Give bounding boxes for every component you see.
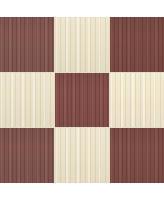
tile-r1c1-dark	[0, 17, 54, 72]
tile-r1c2-light	[55, 17, 109, 72]
tile-r2c1-light	[0, 73, 54, 128]
tile-r1c3-dark	[110, 17, 164, 72]
tile-r2c3-light	[110, 73, 164, 128]
tile-r3c2-light	[55, 128, 109, 183]
product-photo-page	[0, 0, 164, 200]
tile-photo	[0, 17, 164, 183]
tile-r2c2-dark	[55, 73, 109, 128]
checkerboard	[0, 17, 164, 183]
tile-r3c3-dark	[110, 128, 164, 183]
tile-r3c1-dark	[0, 128, 54, 183]
